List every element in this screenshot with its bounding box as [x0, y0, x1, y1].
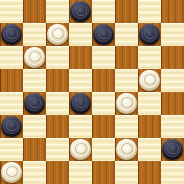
- white-piece[interactable]: ⛀: [116, 139, 137, 160]
- square-b5[interactable]: [23, 69, 46, 92]
- square-e2[interactable]: [92, 138, 115, 161]
- square-g1[interactable]: [138, 161, 161, 184]
- square-g2[interactable]: [138, 138, 161, 161]
- black-piece[interactable]: ⛂: [24, 93, 45, 114]
- checkers-app: ⛂⛂⛀⛂⛂⛀⛀⛂⛂⛀⛂⛀⛀⛂⛀: [0, 0, 184, 184]
- square-b2[interactable]: [23, 138, 46, 161]
- square-g5[interactable]: ⛀: [138, 69, 161, 92]
- square-c2[interactable]: [46, 138, 69, 161]
- square-b4[interactable]: ⛂: [23, 92, 46, 115]
- square-f3[interactable]: [115, 115, 138, 138]
- square-f5[interactable]: [115, 69, 138, 92]
- square-f8[interactable]: [115, 0, 138, 23]
- black-piece[interactable]: ⛂: [162, 139, 183, 160]
- square-d8[interactable]: ⛂: [69, 0, 92, 23]
- square-a2[interactable]: [0, 138, 23, 161]
- white-man-glyph: ⛀: [116, 93, 137, 114]
- square-d7[interactable]: [69, 23, 92, 46]
- white-piece[interactable]: ⛀: [1, 162, 22, 183]
- square-h1[interactable]: [161, 161, 184, 184]
- square-e4[interactable]: [92, 92, 115, 115]
- white-piece[interactable]: ⛀: [116, 93, 137, 114]
- square-c3[interactable]: [46, 115, 69, 138]
- square-g7[interactable]: ⛂: [138, 23, 161, 46]
- square-h2[interactable]: ⛂: [161, 138, 184, 161]
- square-c5[interactable]: [46, 69, 69, 92]
- square-b1[interactable]: [23, 161, 46, 184]
- square-g6[interactable]: [138, 46, 161, 69]
- white-man-glyph: ⛀: [116, 139, 137, 160]
- white-man-glyph: ⛀: [139, 70, 160, 91]
- square-h4[interactable]: [161, 92, 184, 115]
- black-man-glyph: ⛂: [70, 1, 91, 22]
- square-e1[interactable]: [92, 161, 115, 184]
- square-b8[interactable]: [23, 0, 46, 23]
- black-piece[interactable]: ⛂: [70, 93, 91, 114]
- checkers-board: ⛂⛂⛀⛂⛂⛀⛀⛂⛂⛀⛂⛀⛀⛂⛀: [0, 0, 184, 184]
- black-piece[interactable]: ⛂: [93, 24, 114, 45]
- square-d5[interactable]: [69, 69, 92, 92]
- square-a4[interactable]: [0, 92, 23, 115]
- square-f2[interactable]: ⛀: [115, 138, 138, 161]
- square-h3[interactable]: [161, 115, 184, 138]
- black-piece[interactable]: ⛂: [70, 1, 91, 22]
- square-d3[interactable]: [69, 115, 92, 138]
- square-a5[interactable]: [0, 69, 23, 92]
- black-piece[interactable]: ⛂: [1, 24, 22, 45]
- white-man-glyph: ⛀: [70, 139, 91, 160]
- square-a6[interactable]: [0, 46, 23, 69]
- white-man-glyph: ⛀: [24, 47, 45, 68]
- square-d4[interactable]: ⛂: [69, 92, 92, 115]
- square-a1[interactable]: ⛀: [0, 161, 23, 184]
- square-f7[interactable]: [115, 23, 138, 46]
- black-man-glyph: ⛂: [24, 93, 45, 114]
- square-b7[interactable]: [23, 23, 46, 46]
- square-e7[interactable]: ⛂: [92, 23, 115, 46]
- square-h6[interactable]: [161, 46, 184, 69]
- square-h5[interactable]: [161, 69, 184, 92]
- black-man-glyph: ⛂: [1, 116, 22, 137]
- square-b6[interactable]: ⛀: [23, 46, 46, 69]
- square-e5[interactable]: [92, 69, 115, 92]
- square-a8[interactable]: [0, 0, 23, 23]
- black-man-glyph: ⛂: [139, 24, 160, 45]
- square-d6[interactable]: [69, 46, 92, 69]
- square-e3[interactable]: [92, 115, 115, 138]
- white-piece[interactable]: ⛀: [70, 139, 91, 160]
- square-a7[interactable]: ⛂: [0, 23, 23, 46]
- square-e6[interactable]: [92, 46, 115, 69]
- square-f4[interactable]: ⛀: [115, 92, 138, 115]
- square-f1[interactable]: [115, 161, 138, 184]
- white-piece[interactable]: ⛀: [139, 70, 160, 91]
- square-g8[interactable]: [138, 0, 161, 23]
- square-c6[interactable]: [46, 46, 69, 69]
- square-h7[interactable]: [161, 23, 184, 46]
- black-piece[interactable]: ⛂: [139, 24, 160, 45]
- square-d2[interactable]: ⛀: [69, 138, 92, 161]
- black-man-glyph: ⛂: [162, 139, 183, 160]
- square-c8[interactable]: [46, 0, 69, 23]
- square-g3[interactable]: [138, 115, 161, 138]
- square-b3[interactable]: [23, 115, 46, 138]
- square-f6[interactable]: [115, 46, 138, 69]
- white-man-glyph: ⛀: [1, 162, 22, 183]
- black-man-glyph: ⛂: [1, 24, 22, 45]
- white-piece[interactable]: ⛀: [24, 47, 45, 68]
- square-e8[interactable]: [92, 0, 115, 23]
- black-piece[interactable]: ⛂: [1, 116, 22, 137]
- square-h8[interactable]: [161, 0, 184, 23]
- square-c1[interactable]: [46, 161, 69, 184]
- square-g4[interactable]: [138, 92, 161, 115]
- white-piece[interactable]: ⛀: [47, 24, 68, 45]
- square-d1[interactable]: [69, 161, 92, 184]
- square-c4[interactable]: [46, 92, 69, 115]
- square-a3[interactable]: ⛂: [0, 115, 23, 138]
- white-man-glyph: ⛀: [47, 24, 68, 45]
- square-c7[interactable]: ⛀: [46, 23, 69, 46]
- black-man-glyph: ⛂: [70, 93, 91, 114]
- black-man-glyph: ⛂: [93, 24, 114, 45]
